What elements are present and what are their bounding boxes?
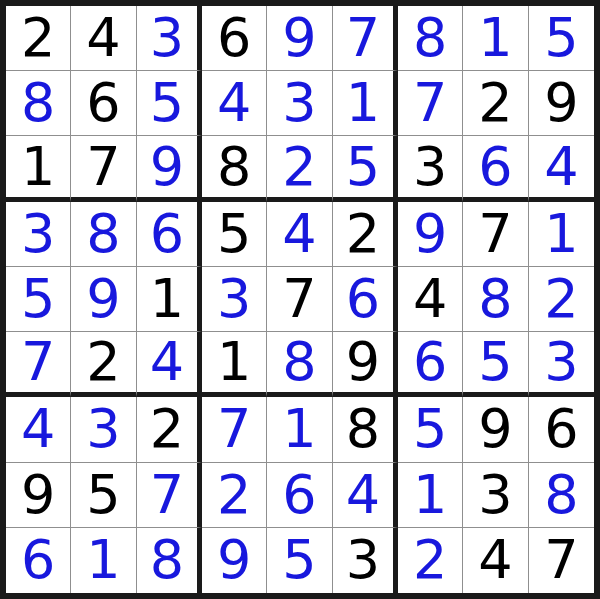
sudoku-board: 2436978158654317291798253643865429715913… bbox=[0, 0, 600, 599]
cell-r7c2[interactable]: 3 bbox=[71, 397, 136, 462]
cell-r6c2[interactable]: 2 bbox=[71, 332, 136, 397]
cell-r5c8[interactable]: 8 bbox=[463, 267, 528, 332]
cell-r3c6[interactable]: 5 bbox=[333, 136, 398, 201]
cell-r4c1[interactable]: 3 bbox=[6, 202, 71, 267]
cell-r9c9[interactable]: 7 bbox=[529, 528, 594, 593]
cell-r2c7[interactable]: 7 bbox=[398, 71, 463, 136]
cell-r2c5[interactable]: 3 bbox=[267, 71, 332, 136]
cell-r2c2[interactable]: 6 bbox=[71, 71, 136, 136]
cell-r3c9[interactable]: 4 bbox=[529, 136, 594, 201]
cell-r1c8[interactable]: 1 bbox=[463, 6, 528, 71]
cell-r2c4[interactable]: 4 bbox=[202, 71, 267, 136]
cell-r8c7[interactable]: 1 bbox=[398, 463, 463, 528]
cell-r9c6[interactable]: 3 bbox=[333, 528, 398, 593]
cell-r7c3[interactable]: 2 bbox=[137, 397, 202, 462]
cell-r9c3[interactable]: 8 bbox=[137, 528, 202, 593]
cell-r9c8[interactable]: 4 bbox=[463, 528, 528, 593]
cell-r6c5[interactable]: 8 bbox=[267, 332, 332, 397]
cell-r5c6[interactable]: 6 bbox=[333, 267, 398, 332]
cell-r6c4[interactable]: 1 bbox=[202, 332, 267, 397]
cell-r6c9[interactable]: 3 bbox=[529, 332, 594, 397]
cell-r6c7[interactable]: 6 bbox=[398, 332, 463, 397]
cell-r1c2[interactable]: 4 bbox=[71, 6, 136, 71]
cell-r9c1[interactable]: 6 bbox=[6, 528, 71, 593]
cell-r3c7[interactable]: 3 bbox=[398, 136, 463, 201]
cell-r4c7[interactable]: 9 bbox=[398, 202, 463, 267]
cell-r2c9[interactable]: 9 bbox=[529, 71, 594, 136]
cell-r8c8[interactable]: 3 bbox=[463, 463, 528, 528]
cell-r5c3[interactable]: 1 bbox=[137, 267, 202, 332]
cell-r8c3[interactable]: 7 bbox=[137, 463, 202, 528]
cell-r3c1[interactable]: 1 bbox=[6, 136, 71, 201]
cell-r6c1[interactable]: 7 bbox=[6, 332, 71, 397]
cell-r8c2[interactable]: 5 bbox=[71, 463, 136, 528]
cell-r2c1[interactable]: 8 bbox=[6, 71, 71, 136]
cell-r8c9[interactable]: 8 bbox=[529, 463, 594, 528]
cell-r7c9[interactable]: 6 bbox=[529, 397, 594, 462]
cell-r7c6[interactable]: 8 bbox=[333, 397, 398, 462]
cell-r4c5[interactable]: 4 bbox=[267, 202, 332, 267]
cell-r5c5[interactable]: 7 bbox=[267, 267, 332, 332]
cell-r7c8[interactable]: 9 bbox=[463, 397, 528, 462]
cell-r1c9[interactable]: 5 bbox=[529, 6, 594, 71]
cell-r6c8[interactable]: 5 bbox=[463, 332, 528, 397]
cell-r5c1[interactable]: 5 bbox=[6, 267, 71, 332]
cell-r7c7[interactable]: 5 bbox=[398, 397, 463, 462]
cell-r9c4[interactable]: 9 bbox=[202, 528, 267, 593]
cell-r5c2[interactable]: 9 bbox=[71, 267, 136, 332]
cell-r4c9[interactable]: 1 bbox=[529, 202, 594, 267]
cell-r8c1[interactable]: 9 bbox=[6, 463, 71, 528]
cell-r1c7[interactable]: 8 bbox=[398, 6, 463, 71]
cell-r1c5[interactable]: 9 bbox=[267, 6, 332, 71]
cell-r8c5[interactable]: 6 bbox=[267, 463, 332, 528]
cell-r3c4[interactable]: 8 bbox=[202, 136, 267, 201]
cell-r4c4[interactable]: 5 bbox=[202, 202, 267, 267]
cell-r9c2[interactable]: 1 bbox=[71, 528, 136, 593]
cell-r3c8[interactable]: 6 bbox=[463, 136, 528, 201]
cell-r2c6[interactable]: 1 bbox=[333, 71, 398, 136]
cell-r2c3[interactable]: 5 bbox=[137, 71, 202, 136]
cell-r7c5[interactable]: 1 bbox=[267, 397, 332, 462]
cell-r6c3[interactable]: 4 bbox=[137, 332, 202, 397]
cell-r6c6[interactable]: 9 bbox=[333, 332, 398, 397]
cell-r4c6[interactable]: 2 bbox=[333, 202, 398, 267]
cell-r1c3[interactable]: 3 bbox=[137, 6, 202, 71]
cell-r3c3[interactable]: 9 bbox=[137, 136, 202, 201]
cell-r8c4[interactable]: 2 bbox=[202, 463, 267, 528]
cell-r5c4[interactable]: 3 bbox=[202, 267, 267, 332]
cell-r9c7[interactable]: 2 bbox=[398, 528, 463, 593]
cell-r1c6[interactable]: 7 bbox=[333, 6, 398, 71]
cell-r3c2[interactable]: 7 bbox=[71, 136, 136, 201]
cell-r8c6[interactable]: 4 bbox=[333, 463, 398, 528]
sudoku-page: 2436978158654317291798253643865429715913… bbox=[0, 0, 600, 599]
cell-r4c8[interactable]: 7 bbox=[463, 202, 528, 267]
cell-r5c9[interactable]: 2 bbox=[529, 267, 594, 332]
cell-r2c8[interactable]: 2 bbox=[463, 71, 528, 136]
cell-r7c1[interactable]: 4 bbox=[6, 397, 71, 462]
cell-r4c2[interactable]: 8 bbox=[71, 202, 136, 267]
cell-r1c4[interactable]: 6 bbox=[202, 6, 267, 71]
cell-r5c7[interactable]: 4 bbox=[398, 267, 463, 332]
cell-r1c1[interactable]: 2 bbox=[6, 6, 71, 71]
cell-r4c3[interactable]: 6 bbox=[137, 202, 202, 267]
cell-r9c5[interactable]: 5 bbox=[267, 528, 332, 593]
cell-r7c4[interactable]: 7 bbox=[202, 397, 267, 462]
cell-r3c5[interactable]: 2 bbox=[267, 136, 332, 201]
